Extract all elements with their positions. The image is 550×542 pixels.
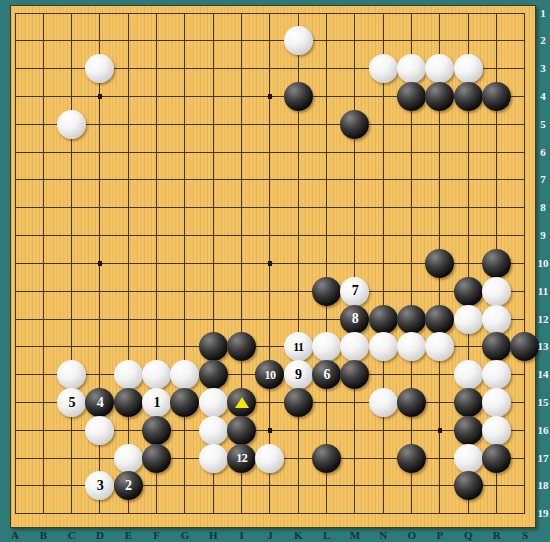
row-label-8: 8 [535, 201, 550, 213]
stone-white-H16[interactable] [199, 416, 228, 445]
row-label-5: 5 [535, 118, 550, 130]
stone-black-F16[interactable] [142, 416, 171, 445]
stone-black-M12[interactable]: 8 [340, 305, 369, 334]
stone-white-H17[interactable] [199, 444, 228, 473]
stone-black-H13[interactable] [199, 332, 228, 361]
row-label-18: 18 [535, 479, 550, 491]
stone-black-R17[interactable] [482, 444, 511, 473]
stone-white-E14[interactable] [114, 360, 143, 389]
column-label-O: O [402, 529, 422, 541]
row-label-10: 10 [535, 257, 550, 269]
stone-white-R11[interactable] [482, 277, 511, 306]
row-label-11: 11 [535, 285, 550, 297]
column-label-L: L [317, 529, 337, 541]
column-label-B: B [33, 529, 53, 541]
stone-black-I16[interactable] [227, 416, 256, 445]
stone-black-I15[interactable] [227, 388, 256, 417]
stone-white-R15[interactable] [482, 388, 511, 417]
stone-white-C15[interactable]: 5 [57, 388, 86, 417]
stone-white-N15[interactable] [369, 388, 398, 417]
stone-white-K2[interactable] [284, 26, 313, 55]
column-label-R: R [487, 529, 507, 541]
stone-white-C5[interactable] [57, 110, 86, 139]
stone-black-Q11[interactable] [454, 277, 483, 306]
stone-black-N12[interactable] [369, 305, 398, 334]
stone-black-P12[interactable] [425, 305, 454, 334]
column-label-S: S [515, 529, 535, 541]
column-label-J: J [260, 529, 280, 541]
move-number-label: 9 [295, 368, 302, 382]
row-label-17: 17 [535, 452, 550, 464]
stone-white-H15[interactable] [199, 388, 228, 417]
row-label-13: 13 [535, 340, 550, 352]
move-number-label: 7 [352, 284, 359, 298]
stone-black-I17[interactable]: 12 [227, 444, 256, 473]
row-label-9: 9 [535, 229, 550, 241]
stone-black-O12[interactable] [397, 305, 426, 334]
stone-black-R10[interactable] [482, 249, 511, 278]
column-label-E: E [118, 529, 138, 541]
stone-white-E17[interactable] [114, 444, 143, 473]
stone-black-O15[interactable] [397, 388, 426, 417]
move-number-label: 8 [352, 312, 359, 326]
stone-black-L17[interactable] [312, 444, 341, 473]
move-number-label: 4 [97, 396, 104, 410]
column-label-C: C [62, 529, 82, 541]
stone-black-R4[interactable] [482, 82, 511, 111]
stone-white-R16[interactable] [482, 416, 511, 445]
stone-white-Q3[interactable] [454, 54, 483, 83]
stone-black-F17[interactable] [142, 444, 171, 473]
stone-white-J17[interactable] [255, 444, 284, 473]
stone-white-N3[interactable] [369, 54, 398, 83]
stone-black-K4[interactable] [284, 82, 313, 111]
column-label-P: P [430, 529, 450, 541]
column-label-F: F [147, 529, 167, 541]
column-label-M: M [345, 529, 365, 541]
row-label-4: 4 [535, 90, 550, 102]
row-label-16: 16 [535, 424, 550, 436]
stone-black-H14[interactable] [199, 360, 228, 389]
column-label-N: N [373, 529, 393, 541]
stone-white-R12[interactable] [482, 305, 511, 334]
column-label-I: I [232, 529, 252, 541]
stone-black-E15[interactable] [114, 388, 143, 417]
column-label-K: K [288, 529, 308, 541]
app-frame: 781110965411232 ABCDEFGHIJKLMNOPQRS 1234… [0, 0, 550, 542]
stone-white-N13[interactable] [369, 332, 398, 361]
stone-black-O17[interactable] [397, 444, 426, 473]
row-label-12: 12 [535, 313, 550, 325]
stone-black-Q15[interactable] [454, 388, 483, 417]
row-label-15: 15 [535, 396, 550, 408]
stone-black-Q16[interactable] [454, 416, 483, 445]
stone-black-K15[interactable] [284, 388, 313, 417]
stone-white-K13[interactable]: 11 [284, 332, 313, 361]
stone-black-O4[interactable] [397, 82, 426, 111]
stone-white-K14[interactable]: 9 [284, 360, 313, 389]
stone-white-F15[interactable]: 1 [142, 388, 171, 417]
row-label-7: 7 [535, 173, 550, 185]
column-label-A: A [5, 529, 25, 541]
row-label-14: 14 [535, 368, 550, 380]
column-label-G: G [175, 529, 195, 541]
move-number-label: 3 [97, 479, 104, 493]
move-number-label: 6 [323, 368, 330, 382]
row-label-2: 2 [535, 34, 550, 46]
move-number-label: 1 [153, 396, 160, 410]
column-label-H: H [203, 529, 223, 541]
stone-white-Q12[interactable] [454, 305, 483, 334]
triangle-marker-icon [235, 397, 249, 408]
stone-black-L11[interactable] [312, 277, 341, 306]
stone-white-Q14[interactable] [454, 360, 483, 389]
row-label-19: 19 [535, 507, 550, 519]
move-number-label: 12 [236, 452, 247, 464]
move-number-label: 11 [293, 341, 303, 353]
stone-white-M11[interactable]: 7 [340, 277, 369, 306]
stone-black-Q4[interactable] [454, 82, 483, 111]
stone-white-Q17[interactable] [454, 444, 483, 473]
column-label-Q: Q [458, 529, 478, 541]
row-label-1: 1 [535, 7, 550, 19]
row-label-6: 6 [535, 146, 550, 158]
move-number-label: 5 [68, 396, 75, 410]
move-number-label: 2 [125, 479, 132, 493]
move-number-label: 10 [264, 369, 275, 381]
column-label-D: D [90, 529, 110, 541]
row-label-3: 3 [535, 62, 550, 74]
